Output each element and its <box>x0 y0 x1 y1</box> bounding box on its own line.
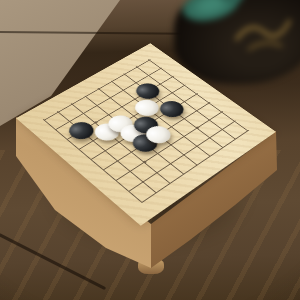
goban <box>49 28 242 221</box>
star-point <box>195 126 199 129</box>
star-point <box>93 121 97 124</box>
star-point <box>142 160 146 163</box>
board-grid[interactable] <box>32 52 261 212</box>
gold-calligraphy-icon <box>232 10 300 55</box>
black-stone[interactable] <box>155 98 188 121</box>
photo-scene <box>0 0 300 300</box>
